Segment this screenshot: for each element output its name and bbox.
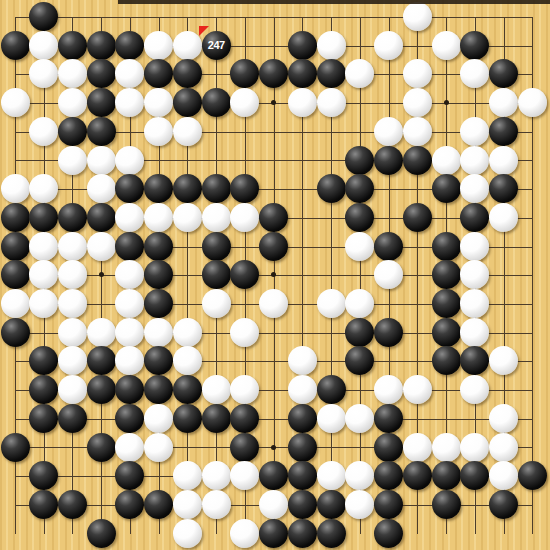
stone-black (1, 232, 30, 261)
stone-black (173, 88, 202, 117)
stone-white (317, 88, 346, 117)
stone-white (58, 232, 87, 261)
stone-white (1, 88, 30, 117)
stone-black (259, 519, 288, 548)
stone-black (115, 232, 144, 261)
stone-black (87, 117, 116, 146)
stone-white (144, 318, 173, 347)
stone-white (432, 146, 461, 175)
hoshi-point (271, 445, 276, 450)
stone-black (288, 31, 317, 60)
stone-white (489, 146, 518, 175)
stone-white (87, 232, 116, 261)
stone-white (460, 232, 489, 261)
stone-black (87, 433, 116, 462)
stone-white (403, 433, 432, 462)
stone-white (518, 88, 547, 117)
stone-black (202, 174, 231, 203)
stone-black (1, 433, 30, 462)
stone-white (460, 117, 489, 146)
stone-black (374, 146, 403, 175)
stone-black (230, 433, 259, 462)
stone-white (460, 146, 489, 175)
screenshot-stage: 247 (0, 0, 550, 550)
stone-white (317, 461, 346, 490)
stone-white (374, 117, 403, 146)
stone-white (460, 433, 489, 462)
stone-black (87, 375, 116, 404)
stone-black (345, 318, 374, 347)
stone-white (58, 88, 87, 117)
stone-white (460, 318, 489, 347)
stone-black (58, 490, 87, 519)
stone-black (432, 346, 461, 375)
stone-white (29, 31, 58, 60)
stone-white (489, 433, 518, 462)
stone-black (173, 174, 202, 203)
stone-black (87, 59, 116, 88)
stone-white (173, 117, 202, 146)
stone-black (374, 519, 403, 548)
stone-white (403, 2, 432, 31)
stone-black (58, 117, 87, 146)
stone-black (144, 289, 173, 318)
go-board[interactable]: 247 (0, 0, 550, 550)
stone-black (58, 404, 87, 433)
stone-black (432, 260, 461, 289)
stone-white (374, 31, 403, 60)
stone-black (87, 203, 116, 232)
stone-white (259, 490, 288, 519)
stone-black (87, 88, 116, 117)
stone-white (403, 117, 432, 146)
stone-white (288, 88, 317, 117)
stone-black (1, 203, 30, 232)
stone-black (173, 375, 202, 404)
stone-white (317, 31, 346, 60)
stone-white (144, 404, 173, 433)
stone-black (432, 490, 461, 519)
stone-black (173, 404, 202, 433)
stone-white (173, 519, 202, 548)
stone-white (432, 31, 461, 60)
stone-white (144, 433, 173, 462)
stone-white (144, 31, 173, 60)
stone-black: 247 (202, 31, 231, 60)
stone-white (115, 433, 144, 462)
stone-white (403, 88, 432, 117)
stone-white (202, 375, 231, 404)
stone-black (259, 203, 288, 232)
screen-crop-artifact (118, 0, 550, 4)
stone-white (115, 318, 144, 347)
stone-black (202, 260, 231, 289)
stone-black (374, 404, 403, 433)
stone-white (58, 146, 87, 175)
stone-black (317, 174, 346, 203)
stone-white (202, 461, 231, 490)
stone-black (202, 88, 231, 117)
stone-white (173, 490, 202, 519)
stone-black (345, 146, 374, 175)
stone-white (29, 232, 58, 261)
stone-black (403, 146, 432, 175)
stone-black (317, 490, 346, 519)
stone-white (403, 375, 432, 404)
stone-white (115, 146, 144, 175)
stone-black (29, 404, 58, 433)
stone-white (489, 404, 518, 433)
stone-black (87, 346, 116, 375)
stone-black (432, 289, 461, 318)
stone-white (230, 318, 259, 347)
stone-white (173, 31, 202, 60)
stone-black (259, 232, 288, 261)
stone-black (374, 318, 403, 347)
stone-white (345, 232, 374, 261)
stone-white (259, 289, 288, 318)
stone-black (29, 490, 58, 519)
stone-black (288, 404, 317, 433)
stone-white (317, 404, 346, 433)
stone-black (432, 318, 461, 347)
stone-black (489, 490, 518, 519)
stone-black (489, 117, 518, 146)
stone-black (58, 31, 87, 60)
stone-black (1, 31, 30, 60)
stone-white (202, 490, 231, 519)
stone-black (317, 375, 346, 404)
stone-white (173, 461, 202, 490)
stone-black (202, 232, 231, 261)
stone-white (489, 203, 518, 232)
stone-white (288, 375, 317, 404)
stone-black (432, 232, 461, 261)
stone-black (1, 318, 30, 347)
stone-white (1, 289, 30, 318)
stone-black (403, 461, 432, 490)
stone-white (317, 289, 346, 318)
stone-white (230, 519, 259, 548)
stone-white (87, 146, 116, 175)
stone-black (115, 31, 144, 60)
stone-black (317, 519, 346, 548)
stone-black (432, 461, 461, 490)
stone-black (288, 490, 317, 519)
stone-black (87, 31, 116, 60)
stone-black (1, 260, 30, 289)
stone-white (58, 289, 87, 318)
stone-white (1, 174, 30, 203)
stone-black (374, 433, 403, 462)
stone-black (87, 519, 116, 548)
stone-black (58, 203, 87, 232)
stone-black (288, 461, 317, 490)
stone-black (144, 232, 173, 261)
stone-white (202, 203, 231, 232)
stone-black (460, 31, 489, 60)
stone-white (29, 117, 58, 146)
stone-black (202, 404, 231, 433)
stone-black (374, 232, 403, 261)
stone-white (202, 289, 231, 318)
stone-white (87, 318, 116, 347)
move-number-label: 247 (202, 31, 231, 60)
stone-black (374, 490, 403, 519)
stone-black (403, 203, 432, 232)
hoshi-point (444, 100, 449, 105)
stone-white (87, 174, 116, 203)
stone-black (29, 203, 58, 232)
stone-white (173, 318, 202, 347)
stone-black (317, 59, 346, 88)
stone-black (432, 174, 461, 203)
stone-white (432, 433, 461, 462)
stone-white (173, 203, 202, 232)
stone-white (58, 318, 87, 347)
stone-white (144, 117, 173, 146)
stone-black (144, 490, 173, 519)
stone-white (58, 375, 87, 404)
stone-black (288, 519, 317, 548)
stone-white (144, 203, 173, 232)
stone-black (288, 433, 317, 462)
stone-black (518, 461, 547, 490)
